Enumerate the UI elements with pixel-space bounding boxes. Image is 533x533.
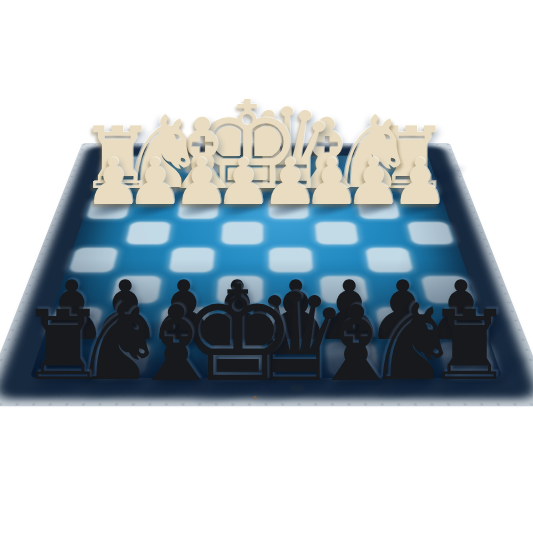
square-f8 [148,340,210,378]
square-e5 [216,246,266,274]
square-e1 [224,156,266,176]
square-b4 [358,220,410,246]
square-g1 [140,156,185,176]
square-g4 [122,220,174,246]
square-f5 [165,246,218,274]
square-d4 [266,220,314,246]
square-f7 [154,305,213,339]
square-e7 [210,305,266,339]
square-c1 [306,156,350,176]
square-d3 [266,197,312,220]
square-c8 [322,340,384,378]
square-b2 [350,175,397,197]
square-f1 [182,156,226,176]
square-h7 [43,305,107,339]
paint-smudge [290,384,304,392]
chess-board-grid [30,156,502,379]
square-h5 [65,246,122,274]
square-c6 [316,274,372,305]
square-e3 [220,197,266,220]
square-g5 [115,246,170,274]
square-f2 [178,175,224,197]
square-g2 [134,175,181,197]
paint-speck [253,396,257,399]
square-g3 [128,197,178,220]
square-d1 [266,156,308,176]
square-b3 [354,197,404,220]
square-b1 [347,156,392,176]
square-d7 [266,305,322,339]
square-a2 [392,175,441,197]
square-d5 [266,246,316,274]
square-c4 [312,220,362,246]
square-h6 [54,274,115,305]
square-c5 [314,246,367,274]
square-e4 [218,220,266,246]
square-h1 [98,156,145,176]
square-a7 [425,305,489,339]
square-e8 [207,340,266,378]
square-e2 [222,175,266,197]
square-f3 [174,197,222,220]
square-h4 [74,220,128,246]
square-h8 [30,340,99,378]
square-g7 [98,305,160,339]
square-b7 [372,305,434,339]
square-a1 [387,156,434,176]
square-d8 [266,340,325,378]
chess-board-panel [0,143,533,406]
square-g6 [107,274,165,305]
square-d6 [266,274,319,305]
square-c7 [319,305,378,339]
square-a4 [404,220,458,246]
square-b5 [362,246,417,274]
square-h3 [83,197,135,220]
square-a6 [417,274,478,305]
square-b8 [378,340,443,378]
square-e6 [213,274,266,305]
square-c2 [308,175,354,197]
square-c3 [310,197,358,220]
square-f4 [170,220,220,246]
chess-photo-scene: ♜♞♝♛♚♝♞♜♟♟♟♟♟♟♟♟♟♟♟♟♟♟♟♟♜♞♝♛♚♝♞♜ [0,0,533,533]
square-g8 [89,340,154,378]
square-d2 [266,175,310,197]
square-b6 [367,274,425,305]
square-h2 [90,175,139,197]
square-a5 [410,246,467,274]
square-f6 [160,274,216,305]
square-a3 [398,197,450,220]
